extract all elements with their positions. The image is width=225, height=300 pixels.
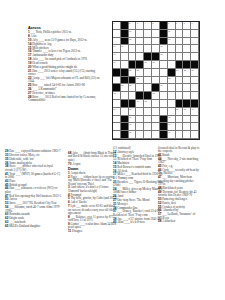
cell-number: 39 — [184, 108, 186, 110]
grid-cell — [168, 84, 176, 92]
grid-cell — [183, 92, 191, 100]
block-cell — [136, 61, 144, 69]
crossword-page: Across 1 ___ Nola, Phillies pitcher 2015… — [0, 0, 225, 300]
grid-cell — [191, 84, 199, 92]
cell-number: 10 — [129, 30, 131, 32]
cell-number: 31 — [160, 84, 162, 86]
block-cell — [191, 100, 199, 108]
grid-cell — [168, 108, 176, 116]
grid-cell — [152, 45, 160, 53]
clue-item: 70 A-spot — [68, 163, 118, 166]
clue-item: 40 Atlas ___, it's self-nets — [113, 221, 163, 224]
grid-cell — [113, 116, 121, 124]
grid-cell — [144, 108, 152, 116]
grid-cell — [191, 45, 199, 53]
grid-cell — [152, 100, 160, 108]
cell-number: 2 — [129, 22, 130, 24]
clue-text: Lyb ___ maib: evets 83-81 and blues on c… — [68, 204, 115, 215]
cell-number: 5 — [152, 22, 153, 24]
clue-item: 58 A blinchen — [158, 220, 200, 223]
clue-item: 7 Lyb ___ maib: evets 83-81 and blues on… — [68, 205, 118, 215]
grid-cell — [152, 38, 160, 46]
grid-cell — [144, 116, 152, 124]
grid-cell — [176, 45, 184, 53]
grid-cell — [191, 77, 199, 85]
clue-item: 65 MiLB's Oakland daughter — [5, 225, 61, 228]
grid-cell: 4 — [144, 22, 152, 30]
grid-cell: 20 — [144, 61, 152, 69]
grid-cell — [152, 77, 160, 85]
clue-text: Disagree — [72, 229, 83, 233]
down-clues-list-2: 12 Attorney style13 ___ Electric, branch… — [113, 151, 163, 225]
grid-cell — [113, 123, 121, 131]
cell-number: 27 — [137, 77, 139, 79]
grid-cell: 9 — [191, 22, 199, 30]
clue-text: Piger ___, ribbon hero; been scoring say… — [68, 175, 114, 186]
grid-cell: 5 — [152, 22, 160, 30]
grid-cell — [152, 30, 160, 38]
grid-cell: 44 — [168, 123, 176, 131]
grid-cell: 8 — [183, 22, 191, 30]
across-clues-list: 1 ___ Nola, Phillies pitcher 2015-st.8 A… — [28, 31, 102, 102]
clue-item: 1 ___ Nola, Phillies pitcher 2015-st. — [28, 31, 102, 34]
clue-text: MiLB's Oakland daughter — [9, 224, 40, 228]
grid-cell: 21 — [152, 61, 160, 69]
grid-cell — [160, 69, 168, 77]
grid-cell — [136, 116, 144, 124]
cell-number: 22 — [129, 69, 131, 71]
across-clues-continued-column: 29 Este ___, enjoyed Boston radiation 19… — [5, 150, 61, 229]
grid-cell: 25 — [183, 69, 191, 77]
grid-cell: 14 — [113, 45, 121, 53]
grid-cell — [160, 108, 168, 116]
grid-cell: 13 — [168, 38, 176, 46]
grid-cell — [168, 45, 176, 53]
grid-cell — [113, 100, 121, 108]
down-clues-column-3: licensed ideal to Recruit & play to the … — [158, 147, 200, 224]
cell-number: 17 — [113, 53, 115, 55]
block-cell — [121, 77, 129, 85]
grid-cell — [176, 131, 184, 139]
grid-cell — [176, 38, 184, 46]
cell-number: 13 — [168, 38, 170, 40]
down-clues-list-3: 41 Brush44 ___ Novesky, 2-site matching … — [158, 154, 200, 224]
grid-cell — [113, 77, 121, 85]
grid-cell — [176, 92, 184, 100]
block-cell — [160, 30, 168, 38]
cell-number: 24 — [176, 69, 178, 71]
grid-cell — [160, 77, 168, 85]
block-cell — [144, 92, 152, 100]
grid-cell: 24 — [176, 69, 184, 77]
grid-cell — [136, 131, 144, 139]
cell-number: 14 — [113, 45, 115, 47]
grid-cell — [176, 53, 184, 61]
block-cell — [168, 69, 176, 77]
cell-number: 25 — [184, 69, 186, 71]
grid-cell — [191, 38, 199, 46]
grid-cell — [191, 131, 199, 139]
grid-cell — [183, 84, 191, 92]
block-cell — [121, 100, 129, 108]
clue-text: ___ Nola, Phillies pitcher 2015-st. — [31, 30, 72, 34]
cell-number: 35 — [145, 100, 147, 102]
cell-number: 30 — [129, 84, 131, 86]
cell-number: 32 — [113, 92, 115, 94]
cell-number: 46 — [168, 131, 170, 133]
grid-cell — [136, 123, 144, 131]
grid-cell — [144, 77, 152, 85]
grid-cell: 33 — [152, 92, 160, 100]
grid-cell — [183, 45, 191, 53]
clue-text: Aria ___ (draft-born Mark in Trinity and… — [68, 151, 116, 162]
grid-cell: 46 — [168, 131, 176, 139]
cell-number: 8 — [184, 22, 185, 24]
cell-number: 18 — [160, 53, 162, 55]
clue-text: ___ Morrison, Mon-hem speeding sky catch… — [158, 175, 194, 186]
grid-cell: 43 — [129, 123, 137, 131]
clue-text: Broo ___, 2013 Red of fame batted for by… — [28, 95, 96, 102]
grid-cell: 41 — [129, 116, 137, 124]
grid-cell — [176, 77, 184, 85]
grid-cell — [136, 108, 144, 116]
grid-cell — [191, 123, 199, 131]
clue-item: 11 Disagree — [68, 230, 118, 233]
grid-cell: 10 — [129, 30, 137, 38]
clue-item: 28 Broo ___, 2013 Red of fame batted for… — [28, 96, 102, 103]
grid-cell — [168, 61, 176, 69]
grid-cell — [113, 38, 121, 46]
cell-number: 6 — [168, 22, 169, 24]
cell-number: 7 — [176, 22, 177, 24]
cell-number: 38 — [176, 108, 178, 110]
grid-cell — [183, 123, 191, 131]
block-cell — [176, 100, 184, 108]
block-cell — [121, 38, 129, 46]
cell-number: 28 — [168, 77, 170, 79]
block-cell — [121, 22, 129, 30]
grid-cell: 23 — [136, 69, 144, 77]
grid-cell: 2 — [129, 22, 137, 30]
grid-cell: 3 — [136, 22, 144, 30]
cell-number: 9 — [191, 22, 192, 24]
block-cell — [160, 22, 168, 30]
cell-number: 4 — [145, 22, 146, 24]
grid-cell — [152, 131, 160, 139]
grid-cell — [136, 38, 144, 46]
grid-cell — [121, 92, 129, 100]
grid-cell: 16 — [160, 45, 168, 53]
grid-cell: 1 — [113, 22, 121, 30]
block-cell — [183, 61, 191, 69]
grid-cell — [129, 92, 137, 100]
cell-number: 11 — [168, 30, 170, 32]
clue-item: 2 Piger ___, ribbon hero; been scoring s… — [68, 176, 118, 186]
clue-text: Atlas ___, it's self-nets — [117, 220, 144, 224]
cell-number: 3 — [137, 22, 138, 24]
block-cell — [136, 92, 144, 100]
grid-cell — [176, 84, 184, 92]
grid-cell — [152, 123, 160, 131]
cell-number: 42 — [168, 116, 170, 118]
grid-cell — [136, 30, 144, 38]
cell-number: 41 — [129, 116, 131, 118]
block-cell — [121, 123, 129, 131]
grid-cell — [136, 84, 144, 92]
cell-number: 45 — [129, 131, 131, 133]
grid-cell: 7 — [176, 22, 184, 30]
grid-cell — [144, 84, 152, 92]
grid-cell — [191, 30, 199, 38]
grid-cell — [168, 53, 176, 61]
grid-cell: 31 — [160, 84, 168, 92]
cell-number: 29 — [121, 84, 123, 86]
grid-cell: 32 — [113, 92, 121, 100]
block-cell — [160, 116, 168, 124]
clue-item: 68 Aria ___ (draft-born Mark in Trinity … — [68, 152, 118, 162]
grid-cell: 22 — [129, 69, 137, 77]
across-clues-tail: 68 Aria ___ (draft-born Mark in Trinity … — [68, 152, 118, 166]
grid-cell — [113, 30, 121, 38]
grid-cell: 17 — [113, 53, 121, 61]
grid-cell — [144, 30, 152, 38]
down-clues-column-1: 68 Aria ___ (draft-born Mark in Trinity … — [68, 152, 118, 234]
grid-cell — [191, 92, 199, 100]
block-cell — [113, 69, 121, 77]
grid-cell — [121, 108, 129, 116]
cell-number: 37 — [129, 108, 131, 110]
block-cell — [183, 100, 191, 108]
grid-cell — [136, 45, 144, 53]
cell-number: 19 — [113, 61, 115, 63]
grid-cell: 18 — [160, 53, 168, 61]
grid-cell: 11 — [168, 30, 176, 38]
cell-number: 34 — [137, 100, 139, 102]
grid-cell: 40 — [191, 108, 199, 116]
block-cell — [160, 131, 168, 139]
grid-cell — [183, 30, 191, 38]
grid-cell — [176, 30, 184, 38]
cell-number: 15 — [121, 45, 123, 47]
grid-cell — [160, 61, 168, 69]
grid-cell — [183, 116, 191, 124]
grid-cell — [183, 38, 191, 46]
block-cell — [129, 77, 137, 85]
block-cell — [160, 38, 168, 46]
cell-number: 36 — [113, 108, 115, 110]
grid-cell: 27 — [136, 77, 144, 85]
grid-cell — [121, 53, 129, 61]
grid-cell — [176, 123, 184, 131]
block-cell — [121, 30, 129, 38]
cell-number: 16 — [160, 45, 162, 47]
block-cell — [152, 53, 160, 61]
grid-cell — [152, 108, 160, 116]
block-cell — [152, 84, 160, 92]
grid-cell: 39 — [183, 108, 191, 116]
grid-cell: 29 — [121, 84, 129, 92]
block-cell — [121, 131, 129, 139]
grid-cell: 42 — [168, 116, 176, 124]
grid-cell: 37 — [129, 108, 137, 116]
block-cell — [121, 116, 129, 124]
grid-cell — [152, 116, 160, 124]
crossword-grid: 1234567891011121314151617181920212223242… — [112, 21, 200, 140]
grid-cell — [144, 123, 152, 131]
grid-cell: 12 — [129, 38, 137, 46]
grid-cell — [176, 116, 184, 124]
grid-cell — [136, 53, 144, 61]
clue-text: A-spot — [72, 162, 80, 166]
grid-cell: 30 — [129, 84, 137, 92]
grid-cell: 45 — [129, 131, 137, 139]
grid-cell — [160, 100, 168, 108]
block-cell — [144, 53, 152, 61]
grid-cell — [144, 45, 152, 53]
cell-number: 40 — [191, 108, 193, 110]
across-clues-top-column: Across 1 ___ Nola, Phillies pitcher 2015… — [28, 25, 102, 103]
clue-text: A blinchen — [162, 219, 175, 223]
grid-cell — [183, 131, 191, 139]
block-cell — [176, 61, 184, 69]
across-clues-list-2: 29 Este ___, enjoyed Boston radiation 19… — [5, 150, 61, 228]
cell-number: 1 — [113, 22, 114, 24]
block-cell — [113, 84, 121, 92]
cell-number: 33 — [152, 92, 154, 94]
block-cell — [129, 100, 137, 108]
grid-cell: 28 — [168, 77, 176, 85]
grid-cell — [191, 116, 199, 124]
clue-item: 47 ___ Morrison, Mon-hem speeding sky ca… — [158, 176, 200, 186]
grid-cell — [129, 53, 137, 61]
grid-cell — [144, 38, 152, 46]
grid-cell — [168, 92, 176, 100]
grid-cell: 38 — [176, 108, 184, 116]
grid-cell — [152, 69, 160, 77]
grid-cell — [160, 92, 168, 100]
grid-cell — [121, 61, 129, 69]
grid-cell — [113, 131, 121, 139]
cell-number: 26 — [191, 69, 193, 71]
cell-number: 43 — [129, 123, 131, 125]
grid-cell: 15 — [121, 45, 129, 53]
block-cell — [121, 69, 129, 77]
block-cell — [191, 61, 199, 69]
cell-number: 20 — [145, 61, 147, 63]
cell-number: 44 — [168, 123, 170, 125]
down-clues-list-1: 1 Acqua duets2 Piger ___, ribbon hero; b… — [68, 172, 118, 233]
grid-cell — [168, 100, 176, 108]
grid-cell: 34 — [136, 100, 144, 108]
grid-cell: 36 — [113, 108, 121, 116]
grid-cell — [144, 69, 152, 77]
grid-cell — [183, 77, 191, 85]
cell-number: 21 — [152, 61, 154, 63]
grid-cell — [183, 53, 191, 61]
grid-cell — [129, 45, 137, 53]
down-clues-column-2: (11 continued) 12 Attorney style13 ___ E… — [113, 147, 163, 225]
cell-number: 23 — [137, 69, 139, 71]
cell-number: 12 — [129, 38, 131, 40]
grid-cell: 19 — [113, 61, 121, 69]
grid-cell: 35 — [144, 100, 152, 108]
grid-cell: 6 — [168, 22, 176, 30]
grid-cell — [144, 131, 152, 139]
block-cell — [129, 61, 137, 69]
block-cell — [160, 123, 168, 131]
grid-cell — [191, 53, 199, 61]
grid-cell: 26 — [191, 69, 199, 77]
